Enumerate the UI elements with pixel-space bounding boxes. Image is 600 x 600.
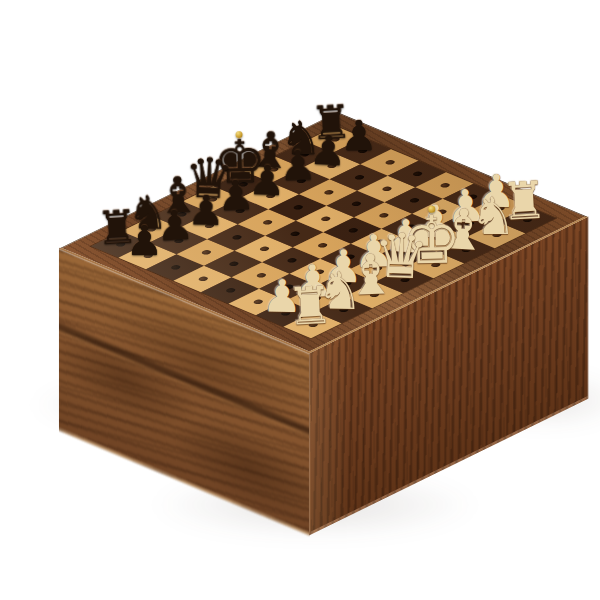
king-brass-finial	[428, 206, 435, 213]
king-brass-finial	[235, 131, 242, 138]
chess-piece-black-pawn[interactable]: ♟	[126, 220, 163, 261]
chess-piece-white-rook[interactable]: ♜	[285, 279, 334, 333]
travel-chess-set-photo: ♜♞♝♛♚♝♞♜♟♟♟♟♟♟♟♟♟♟♟♟♟♟♟♟♜♞♝♛♚♝♞♜	[0, 0, 600, 600]
